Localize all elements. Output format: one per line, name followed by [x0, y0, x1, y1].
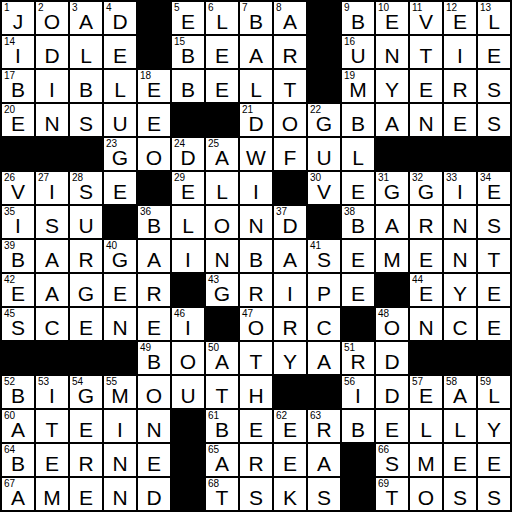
cell-r14c7[interactable]: 65A: [206, 444, 238, 476]
cell-r10c3[interactable]: E: [70, 308, 102, 340]
cell-letter-r6c10: V: [308, 181, 340, 202]
cell-r10c9[interactable]: R: [274, 308, 306, 340]
cell-r9c4[interactable]: E: [104, 274, 136, 306]
cell-r15c12[interactable]: 69T: [376, 478, 408, 510]
cell-letter-r11c6: O: [172, 351, 204, 372]
cell-r8c11[interactable]: E: [342, 240, 374, 272]
cell-r15c15[interactable]: S: [478, 478, 510, 510]
cell-letter-r1c3: A: [70, 11, 102, 32]
cell-letter-r7c8: N: [240, 215, 272, 236]
cell-r6c11[interactable]: E: [342, 172, 374, 204]
cell-letter-r10c4: N: [104, 317, 136, 338]
cell-r1c13[interactable]: 11V: [410, 2, 442, 34]
black-cell-r11c1: [2, 342, 34, 374]
cell-letter-r10c14: C: [444, 317, 476, 338]
cell-r15c2[interactable]: M: [36, 478, 68, 510]
cell-r15c4[interactable]: N: [104, 478, 136, 510]
cell-r13c11[interactable]: B: [342, 410, 374, 442]
cell-letter-r5c10: U: [308, 147, 340, 168]
cell-r3c7[interactable]: E: [206, 70, 238, 102]
cell-r13c10[interactable]: 63R: [308, 410, 340, 442]
black-cell-r11c2: [36, 342, 68, 374]
cell-r12c6[interactable]: U: [172, 376, 204, 408]
cell-r13c7[interactable]: 61B: [206, 410, 238, 442]
cell-r10c2[interactable]: C: [36, 308, 68, 340]
cell-r8c10[interactable]: 41S: [308, 240, 340, 272]
cell-letter-r4c15: S: [478, 113, 510, 134]
cell-r9c7[interactable]: 43G: [206, 274, 238, 306]
cell-r8c7[interactable]: N: [206, 240, 238, 272]
cell-r12c11[interactable]: 56I: [342, 376, 374, 408]
cell-letter-r3c15: S: [478, 79, 510, 100]
cell-r3c5[interactable]: 18E: [138, 70, 170, 102]
cell-r4c13[interactable]: N: [410, 104, 442, 136]
cell-r8c9[interactable]: A: [274, 240, 306, 272]
cell-letter-r7c2: S: [36, 215, 68, 236]
cell-r3c8[interactable]: L: [240, 70, 272, 102]
cell-letter-r14c8: R: [240, 453, 272, 474]
cell-r2c9[interactable]: R: [274, 36, 306, 68]
cell-r14c15[interactable]: E: [478, 444, 510, 476]
cell-r3c15[interactable]: S: [478, 70, 510, 102]
cell-letter-r14c2: E: [36, 453, 68, 474]
cell-r2c13[interactable]: T: [410, 36, 442, 68]
cell-r5c9[interactable]: F: [274, 138, 306, 170]
cell-letter-r12c7: T: [206, 385, 238, 406]
cell-r8c1[interactable]: 39B: [2, 240, 34, 272]
cell-r6c3[interactable]: 28S: [70, 172, 102, 204]
cell-r3c9[interactable]: T: [274, 70, 306, 102]
cell-letter-r6c2: I: [36, 181, 68, 202]
cell-r11c10[interactable]: A: [308, 342, 340, 374]
cell-r8c14[interactable]: N: [444, 240, 476, 272]
cell-r13c15[interactable]: Y: [478, 410, 510, 442]
cell-r3c13[interactable]: E: [410, 70, 442, 102]
cell-r6c14[interactable]: 33I: [444, 172, 476, 204]
cell-letter-r5c5: O: [138, 147, 170, 168]
cell-r8c4[interactable]: 40G: [104, 240, 136, 272]
cell-r11c7[interactable]: 50A: [206, 342, 238, 374]
cell-r1c9[interactable]: 8A: [274, 2, 306, 34]
cell-letter-r12c11: I: [342, 385, 374, 406]
cell-r9c1[interactable]: 42E: [2, 274, 34, 306]
cell-r10c4[interactable]: N: [104, 308, 136, 340]
cell-r8c2[interactable]: A: [36, 240, 68, 272]
black-cell-r4c7: [206, 104, 238, 136]
cell-r2c6[interactable]: 15B: [172, 36, 204, 68]
cell-letter-r13c8: E: [240, 419, 272, 440]
black-cell-r14c11: [342, 444, 374, 476]
cell-r5c7[interactable]: 25A: [206, 138, 238, 170]
cell-r7c3[interactable]: U: [70, 206, 102, 238]
cell-r1c11[interactable]: 9B: [342, 2, 374, 34]
cell-letter-r6c11: E: [342, 181, 374, 202]
cell-r9c9[interactable]: I: [274, 274, 306, 306]
cell-r7c13[interactable]: R: [410, 206, 442, 238]
cell-r9c3[interactable]: G: [70, 274, 102, 306]
cell-letter-r6c1: V: [2, 181, 34, 202]
cell-r6c2[interactable]: 27I: [36, 172, 68, 204]
cell-letter-r14c12: S: [376, 453, 408, 474]
cell-letter-r10c6: I: [172, 317, 204, 338]
cell-letter-r13c5: N: [138, 419, 170, 440]
cell-r9c11[interactable]: E: [342, 274, 374, 306]
cell-r1c6[interactable]: 5E: [172, 2, 204, 34]
cell-letter-r13c2: T: [36, 419, 68, 440]
cell-letter-r2c13: T: [410, 45, 442, 66]
cell-r15c9[interactable]: K: [274, 478, 306, 510]
cell-letter-r3c7: E: [206, 79, 238, 100]
cell-letter-r4c11: B: [342, 113, 374, 134]
cell-letter-r12c4: M: [104, 385, 136, 406]
cell-r3c2[interactable]: I: [36, 70, 68, 102]
cell-r3c11[interactable]: 19M: [342, 70, 374, 102]
cell-letter-r11c9: Y: [274, 351, 306, 372]
cell-r7c2[interactable]: S: [36, 206, 68, 238]
cell-r12c2[interactable]: 53I: [36, 376, 68, 408]
cell-letter-r5c9: F: [274, 147, 306, 168]
cell-r14c13[interactable]: M: [410, 444, 442, 476]
cell-letter-r4c12: A: [376, 113, 408, 134]
cell-r7c12[interactable]: A: [376, 206, 408, 238]
cell-r4c12[interactable]: A: [376, 104, 408, 136]
cell-letter-r9c7: G: [206, 283, 238, 304]
cell-r9c15[interactable]: E: [478, 274, 510, 306]
cell-letter-r14c4: N: [104, 453, 136, 474]
cell-r14c8[interactable]: R: [240, 444, 272, 476]
cell-letter-r3c13: E: [410, 79, 442, 100]
cell-r14c1[interactable]: 64B: [2, 444, 34, 476]
cell-r10c5[interactable]: E: [138, 308, 170, 340]
cell-letter-r7c11: B: [342, 215, 374, 236]
cell-r7c14[interactable]: N: [444, 206, 476, 238]
cell-letter-r2c7: E: [206, 45, 238, 66]
cell-r8c15[interactable]: T: [478, 240, 510, 272]
cell-letter-r8c8: B: [240, 249, 272, 270]
cell-r14c3[interactable]: R: [70, 444, 102, 476]
black-cell-r11c3: [70, 342, 102, 374]
cell-letter-r13c7: B: [206, 419, 238, 440]
cell-letter-r3c4: L: [104, 79, 136, 100]
cell-r6c13[interactable]: 32G: [410, 172, 442, 204]
cell-letter-r9c9: I: [274, 283, 306, 304]
cell-r13c12[interactable]: E: [376, 410, 408, 442]
cell-r4c1[interactable]: 20E: [2, 104, 34, 136]
cell-r5c4[interactable]: 23G: [104, 138, 136, 170]
cell-r10c1[interactable]: 45S: [2, 308, 34, 340]
cell-letter-r13c14: L: [444, 419, 476, 440]
cell-r6c10[interactable]: 30V: [308, 172, 340, 204]
cell-r9c8[interactable]: R: [240, 274, 272, 306]
cell-r12c13[interactable]: 57E: [410, 376, 442, 408]
cell-r3c14[interactable]: R: [444, 70, 476, 102]
cell-r15c14[interactable]: S: [444, 478, 476, 510]
cell-r12c3[interactable]: 54G: [70, 376, 102, 408]
cell-letter-r4c4: U: [104, 113, 136, 134]
cell-r6c15[interactable]: 34E: [478, 172, 510, 204]
cell-letter-r10c12: O: [376, 317, 408, 338]
cell-r2c11[interactable]: 16U: [342, 36, 374, 68]
cell-r2c3[interactable]: L: [70, 36, 102, 68]
cell-r5c11[interactable]: L: [342, 138, 374, 170]
cell-r13c8[interactable]: E: [240, 410, 272, 442]
cell-letter-r2c9: R: [274, 45, 306, 66]
black-cell-r9c6: [172, 274, 204, 306]
black-cell-r12c9: [274, 376, 306, 408]
cell-r13c1[interactable]: 60A: [2, 410, 34, 442]
cell-r12c15[interactable]: 59L: [478, 376, 510, 408]
cell-r1c15[interactable]: 13L: [478, 2, 510, 34]
cell-r8c13[interactable]: E: [410, 240, 442, 272]
cell-r10c14[interactable]: C: [444, 308, 476, 340]
cell-r4c4[interactable]: U: [104, 104, 136, 136]
cell-letter-r6c8: I: [240, 181, 272, 202]
cell-letter-r4c10: G: [308, 113, 340, 134]
cell-r13c2[interactable]: T: [36, 410, 68, 442]
cell-r12c7[interactable]: T: [206, 376, 238, 408]
cell-letter-r12c15: L: [478, 385, 510, 406]
cell-r2c4[interactable]: E: [104, 36, 136, 68]
cell-r11c6[interactable]: O: [172, 342, 204, 374]
black-cell-r7c4: [104, 206, 136, 238]
cell-r4c3[interactable]: S: [70, 104, 102, 136]
black-cell-r5c13: [410, 138, 442, 170]
cell-r12c14[interactable]: 58A: [444, 376, 476, 408]
black-cell-r1c5: [138, 2, 170, 34]
cell-r2c1[interactable]: 14I: [2, 36, 34, 68]
cell-letter-r9c11: E: [342, 283, 374, 304]
cell-r1c4[interactable]: 4D: [104, 2, 136, 34]
cell-letter-r4c3: S: [70, 113, 102, 134]
cell-letter-r12c14: A: [444, 385, 476, 406]
cell-r7c11[interactable]: 38B: [342, 206, 374, 238]
cell-r7c8[interactable]: N: [240, 206, 272, 238]
cell-letter-r12c2: I: [36, 385, 68, 406]
cell-r15c8[interactable]: S: [240, 478, 272, 510]
cell-r14c4[interactable]: N: [104, 444, 136, 476]
cell-r4c9[interactable]: O: [274, 104, 306, 136]
cell-letter-r5c11: L: [342, 147, 374, 168]
cell-letter-r4c5: E: [138, 113, 170, 134]
cell-letter-r8c1: B: [2, 249, 34, 270]
cell-r4c14[interactable]: E: [444, 104, 476, 136]
cell-letter-r14c7: A: [206, 453, 238, 474]
cell-r2c14[interactable]: I: [444, 36, 476, 68]
cell-letter-r11c7: A: [206, 351, 238, 372]
cell-r9c10[interactable]: P: [308, 274, 340, 306]
cell-letter-r2c11: U: [342, 45, 374, 66]
cell-r1c12[interactable]: 10E: [376, 2, 408, 34]
cell-letter-r2c8: A: [240, 45, 272, 66]
cell-letter-r11c10: A: [308, 351, 340, 372]
cell-r8c3[interactable]: R: [70, 240, 102, 272]
cell-letter-r3c1: B: [2, 79, 34, 100]
cell-letter-r12c3: G: [70, 385, 102, 406]
cell-r15c13[interactable]: O: [410, 478, 442, 510]
cell-r13c9[interactable]: 62E: [274, 410, 306, 442]
cell-letter-r5c7: A: [206, 147, 238, 168]
cell-r14c5[interactable]: E: [138, 444, 170, 476]
cell-letter-r8c9: A: [274, 249, 306, 270]
cell-r15c10[interactable]: S: [308, 478, 340, 510]
cell-letter-r7c7: O: [206, 215, 238, 236]
cell-r8c12[interactable]: M: [376, 240, 408, 272]
cell-r1c1[interactable]: 1J: [2, 2, 34, 34]
cell-letter-r14c13: M: [410, 453, 442, 474]
cell-letter-r14c1: B: [2, 453, 34, 474]
cell-letter-r11c5: B: [138, 351, 170, 372]
cell-letter-r8c7: N: [206, 249, 238, 270]
cell-r4c5[interactable]: E: [138, 104, 170, 136]
cell-r12c12[interactable]: D: [376, 376, 408, 408]
cell-r15c1[interactable]: 67A: [2, 478, 34, 510]
cell-r10c10[interactable]: C: [308, 308, 340, 340]
cell-r4c10[interactable]: 22G: [308, 104, 340, 136]
cell-r1c2[interactable]: 2O: [36, 2, 68, 34]
cell-r4c11[interactable]: B: [342, 104, 374, 136]
cell-r13c5[interactable]: N: [138, 410, 170, 442]
cell-r6c12[interactable]: 31G: [376, 172, 408, 204]
black-cell-r5c3: [70, 138, 102, 170]
cell-r11c12[interactable]: D: [376, 342, 408, 374]
cell-letter-r13c3: E: [70, 419, 102, 440]
cell-r11c9[interactable]: Y: [274, 342, 306, 374]
cell-r3c12[interactable]: Y: [376, 70, 408, 102]
cell-r5c10[interactable]: U: [308, 138, 340, 170]
cell-r9c14[interactable]: Y: [444, 274, 476, 306]
cell-letter-r7c6: L: [172, 215, 204, 236]
cell-r3c3[interactable]: B: [70, 70, 102, 102]
cell-letter-r1c13: V: [410, 11, 442, 32]
cell-r10c13[interactable]: N: [410, 308, 442, 340]
cell-r5c8[interactable]: W: [240, 138, 272, 170]
cell-r14c2[interactable]: E: [36, 444, 68, 476]
cell-r2c8[interactable]: A: [240, 36, 272, 68]
cell-r7c9[interactable]: 37D: [274, 206, 306, 238]
cell-letter-r7c15: S: [478, 215, 510, 236]
cell-letter-r2c12: N: [376, 45, 408, 66]
cell-r1c14[interactable]: 12E: [444, 2, 476, 34]
cell-r3c1[interactable]: 17B: [2, 70, 34, 102]
cell-r13c4[interactable]: I: [104, 410, 136, 442]
cell-letter-r9c2: A: [36, 283, 68, 304]
cell-r14c10[interactable]: A: [308, 444, 340, 476]
cell-r8c6[interactable]: I: [172, 240, 204, 272]
cell-letter-r3c8: L: [240, 79, 272, 100]
cell-r15c3[interactable]: E: [70, 478, 102, 510]
cell-letter-r6c13: G: [410, 181, 442, 202]
cell-r11c8[interactable]: T: [240, 342, 272, 374]
cell-r4c15[interactable]: S: [478, 104, 510, 136]
cell-r6c6[interactable]: 29E: [172, 172, 204, 204]
cell-r7c7[interactable]: O: [206, 206, 238, 238]
cell-letter-r15c5: D: [138, 487, 170, 508]
cell-r6c8[interactable]: I: [240, 172, 272, 204]
cell-r14c14[interactable]: E: [444, 444, 476, 476]
cell-r8c8[interactable]: B: [240, 240, 272, 272]
cell-r6c7[interactable]: L: [206, 172, 238, 204]
cell-r10c12[interactable]: 48O: [376, 308, 408, 340]
cell-r9c2[interactable]: A: [36, 274, 68, 306]
cell-r6c4[interactable]: E: [104, 172, 136, 204]
cell-letter-r9c8: R: [240, 283, 272, 304]
cell-letter-r15c14: S: [444, 487, 476, 508]
cell-r12c5[interactable]: O: [138, 376, 170, 408]
cell-r11c5[interactable]: 49B: [138, 342, 170, 374]
cell-letter-r12c5: O: [138, 385, 170, 406]
black-cell-r14c6: [172, 444, 204, 476]
cell-letter-r3c14: R: [444, 79, 476, 100]
cell-r7c5[interactable]: 36B: [138, 206, 170, 238]
cell-r14c9[interactable]: E: [274, 444, 306, 476]
cell-r7c1[interactable]: 35I: [2, 206, 34, 238]
black-cell-r2c5: [138, 36, 170, 68]
cell-r3c4[interactable]: L: [104, 70, 136, 102]
cell-r9c5[interactable]: R: [138, 274, 170, 306]
cell-r10c8[interactable]: 47O: [240, 308, 272, 340]
cell-r1c3[interactable]: 3A: [70, 2, 102, 34]
cell-r2c15[interactable]: E: [478, 36, 510, 68]
cell-r8c5[interactable]: A: [138, 240, 170, 272]
cell-r2c12[interactable]: N: [376, 36, 408, 68]
cell-letter-r10c1: S: [2, 317, 34, 338]
cell-r12c8[interactable]: H: [240, 376, 272, 408]
cell-r13c3[interactable]: E: [70, 410, 102, 442]
cell-r7c6[interactable]: L: [172, 206, 204, 238]
cell-r2c7[interactable]: E: [206, 36, 238, 68]
cell-r6c1[interactable]: 26V: [2, 172, 34, 204]
black-cell-r5c15: [478, 138, 510, 170]
cell-letter-r15c2: M: [36, 487, 68, 508]
cell-letter-r1c8: B: [240, 11, 272, 32]
cell-letter-r13c13: L: [410, 419, 442, 440]
cell-letter-r4c2: N: [36, 113, 68, 134]
cell-r12c4[interactable]: 55M: [104, 376, 136, 408]
cell-r15c5[interactable]: D: [138, 478, 170, 510]
cell-r4c8[interactable]: 21D: [240, 104, 272, 136]
cell-letter-r4c1: E: [2, 113, 34, 134]
cell-r2c2[interactable]: D: [36, 36, 68, 68]
cell-r11c11[interactable]: 51R: [342, 342, 374, 374]
cell-letter-r1c15: L: [478, 11, 510, 32]
cell-letter-r2c15: E: [478, 45, 510, 66]
cell-r5c6[interactable]: 24D: [172, 138, 204, 170]
cell-r10c15[interactable]: E: [478, 308, 510, 340]
cell-r4c2[interactable]: N: [36, 104, 68, 136]
cell-letter-r8c3: R: [70, 249, 102, 270]
cell-r1c7[interactable]: 6L: [206, 2, 238, 34]
black-cell-r9c12: [376, 274, 408, 306]
cell-letter-r2c14: I: [444, 45, 476, 66]
cell-r3c6[interactable]: B: [172, 70, 204, 102]
cell-r5c5[interactable]: O: [138, 138, 170, 170]
cell-r7c15[interactable]: S: [478, 206, 510, 238]
cell-r13c14[interactable]: L: [444, 410, 476, 442]
black-cell-r4c6: [172, 104, 204, 136]
cell-r1c8[interactable]: 7B: [240, 2, 272, 34]
cell-letter-r6c7: L: [206, 181, 238, 202]
cell-letter-r2c1: I: [2, 45, 34, 66]
cell-r13c13[interactable]: L: [410, 410, 442, 442]
cell-letter-r9c14: Y: [444, 283, 476, 304]
cell-r12c1[interactable]: 52B: [2, 376, 34, 408]
cell-r9c13[interactable]: 44E: [410, 274, 442, 306]
cell-r10c6[interactable]: 46I: [172, 308, 204, 340]
cell-r14c12[interactable]: 66S: [376, 444, 408, 476]
cell-letter-r15c12: T: [376, 487, 408, 508]
cell-letter-r5c8: W: [240, 147, 272, 168]
cell-r15c7[interactable]: 68T: [206, 478, 238, 510]
